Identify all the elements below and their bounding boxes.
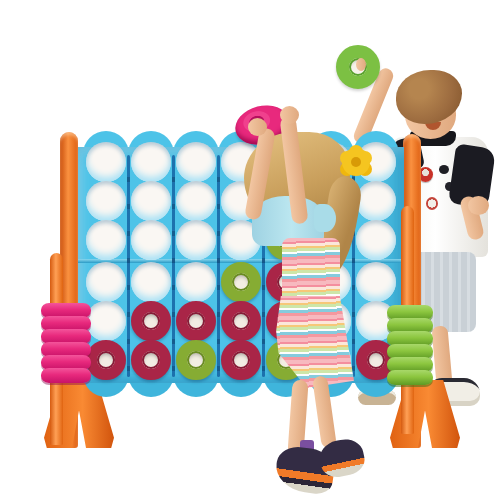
hair-flower-clip [342, 148, 370, 176]
hair-flower-center [351, 157, 361, 167]
girl-dress-skirt [236, 296, 354, 388]
girl-hand-left [248, 118, 267, 136]
giant-connect-four-scene [0, 0, 500, 500]
girl-dress-bodice [282, 238, 340, 302]
girl-leg-right [312, 375, 337, 448]
girl-tshirt-sleeve [314, 204, 336, 232]
child-girl-figure [0, 0, 500, 500]
girl-hand-right [280, 106, 299, 124]
